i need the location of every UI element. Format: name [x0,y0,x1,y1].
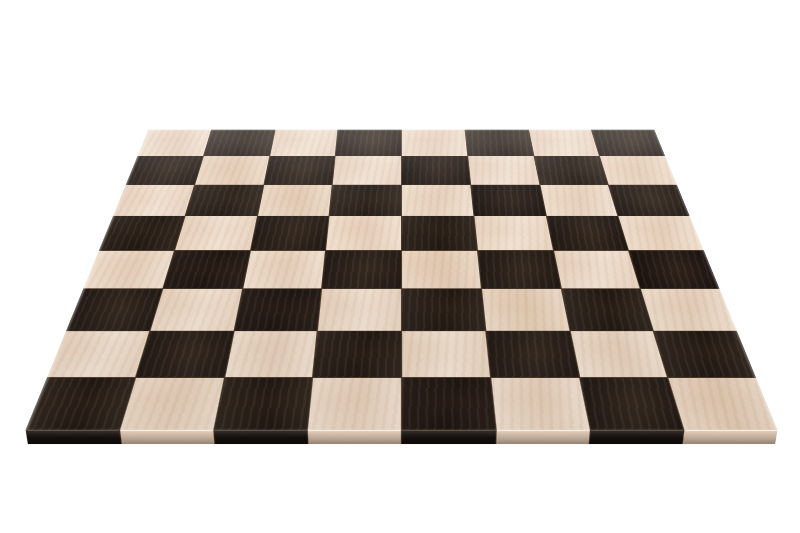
square-d7[interactable] [332,156,400,184]
square-h2[interactable] [654,330,756,376]
square-f1[interactable] [490,377,588,429]
square-d2[interactable] [313,330,401,376]
square-b6[interactable] [185,184,263,215]
square-h3[interactable] [641,288,737,330]
square-h5[interactable] [618,216,703,250]
square-b7[interactable] [195,156,269,184]
square-f2[interactable] [486,330,578,376]
square-a4[interactable] [83,250,173,288]
square-c6[interactable] [257,184,331,215]
square-d5[interactable] [326,216,401,250]
square-c2[interactable] [224,330,316,376]
square-b2[interactable] [135,330,232,376]
square-b4[interactable] [163,250,249,288]
square-a8[interactable] [137,129,210,155]
square-e7[interactable] [401,156,469,184]
edge-segment-h [682,429,777,443]
square-h8[interactable] [592,129,665,155]
square-f8[interactable] [465,129,533,155]
square-a6[interactable] [113,184,194,215]
square-e8[interactable] [401,129,466,155]
square-b5[interactable] [174,216,256,250]
edge-segment-g [589,429,683,443]
square-f5[interactable] [474,216,552,250]
square-g7[interactable] [534,156,608,184]
square-g5[interactable] [546,216,628,250]
square-a7[interactable] [126,156,203,184]
square-c3[interactable] [234,288,321,330]
square-c4[interactable] [242,250,324,288]
square-a3[interactable] [66,288,162,330]
square-g2[interactable] [570,330,667,376]
square-e5[interactable] [401,216,476,250]
square-h7[interactable] [600,156,677,184]
edge-segment-d [307,429,400,443]
edge-segment-f [495,429,588,443]
square-f6[interactable] [470,184,544,215]
square-e3[interactable] [402,288,485,330]
square-d6[interactable] [329,184,400,215]
square-g3[interactable] [561,288,652,330]
edge-segment-c [213,429,306,443]
square-f4[interactable] [477,250,559,288]
square-h6[interactable] [609,184,690,215]
square-h4[interactable] [629,250,719,288]
square-f7[interactable] [468,156,539,184]
square-g6[interactable] [539,184,617,215]
square-g4[interactable] [553,250,639,288]
board-photo [0,0,800,533]
square-b8[interactable] [203,129,274,155]
chessboard [25,129,777,429]
square-c8[interactable] [269,129,337,155]
square-d4[interactable] [322,250,401,288]
square-f3[interactable] [481,288,568,330]
square-e2[interactable] [402,330,490,376]
square-g1[interactable] [579,377,683,429]
square-g8[interactable] [528,129,599,155]
board-front-edge [25,429,777,443]
square-c5[interactable] [250,216,328,250]
square-d3[interactable] [318,288,401,330]
edge-segment-b [119,429,213,443]
square-h1[interactable] [668,377,777,429]
square-a5[interactable] [99,216,184,250]
square-d1[interactable] [307,377,400,429]
square-c1[interactable] [213,377,311,429]
square-c7[interactable] [264,156,335,184]
edge-segment-e [402,429,495,443]
board-surface [25,129,777,429]
square-d8[interactable] [335,129,400,155]
square-b3[interactable] [150,288,241,330]
square-e1[interactable] [402,377,495,429]
square-a1[interactable] [25,377,134,429]
square-e6[interactable] [401,184,472,215]
square-e4[interactable] [402,250,481,288]
edge-segment-a [25,429,120,443]
square-a2[interactable] [47,330,149,376]
square-b1[interactable] [119,377,223,429]
